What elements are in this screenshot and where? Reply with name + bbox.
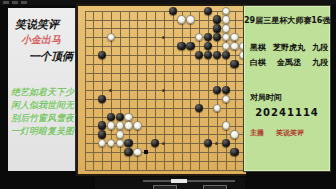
- white-stone: [195, 33, 203, 41]
- grid-line: [190, 11, 191, 170]
- grid-line: [85, 134, 244, 135]
- host-row: 主播 笑说笑评: [250, 128, 328, 138]
- player-control-icon[interactable]: [21, 1, 27, 4]
- poem-line: 绝艺如君天下少: [11, 86, 74, 99]
- go-board: [76, 4, 246, 176]
- black-stone: [204, 51, 212, 59]
- black-player: 芝野虎丸: [273, 42, 305, 53]
- black-stone: [98, 95, 106, 103]
- black-stone: [213, 51, 221, 59]
- commentary-overlay-panel: 笑说笑评 小金出马 一个顶俩 绝艺如君天下少 闲人似我世间无 别后竹窗风雪夜 一…: [8, 8, 75, 171]
- black-stone: [204, 139, 212, 147]
- black-stone: [98, 130, 106, 138]
- black-stone: [124, 139, 132, 147]
- black-stone: [151, 139, 159, 147]
- white-stone: [222, 121, 230, 129]
- player-control-icon[interactable]: [3, 1, 9, 4]
- white-stone: [98, 139, 106, 147]
- black-stone: [213, 33, 221, 41]
- black-stone: [204, 7, 212, 15]
- black-stone: [186, 42, 194, 50]
- grid-line: [85, 170, 244, 171]
- last-move-marker: [144, 150, 148, 154]
- white-stone: [222, 33, 230, 41]
- white-label: 白棋: [250, 57, 266, 68]
- black-stone: [195, 104, 203, 112]
- black-stone: [230, 148, 238, 156]
- star-point: [215, 142, 218, 145]
- match-info-panel: 29届三星杯大师赛16强 黑棋 芝野虎丸 九段 白棋 金禹丞 九段 对局时间 2…: [243, 5, 331, 172]
- black-stone: [177, 42, 185, 50]
- channel-name-text: 笑说笑评: [15, 17, 59, 32]
- white-stone: [116, 139, 124, 147]
- white-player-row: 白棋 金禹丞 九段: [250, 57, 328, 68]
- stream-frame: 笑说笑评 小金出马 一个顶俩 绝艺如君天下少 闲人似我世间无 别后竹窗风雪夜 一…: [0, 0, 336, 189]
- white-stone: [230, 42, 238, 50]
- black-stone: [222, 51, 230, 59]
- grid-line: [173, 11, 174, 170]
- black-stone: [195, 51, 203, 59]
- progress-handle[interactable]: [171, 179, 187, 183]
- black-stone: [204, 33, 212, 41]
- white-stone: [222, 24, 230, 32]
- white-rank: 九段: [312, 57, 328, 68]
- black-rank: 九段: [312, 42, 328, 53]
- grid-line: [85, 161, 244, 162]
- white-stone: [222, 42, 230, 50]
- white-stone: [116, 130, 124, 138]
- black-stone: [124, 148, 132, 156]
- black-stone: [98, 121, 106, 129]
- black-stone: [213, 86, 221, 94]
- white-stone: [230, 33, 238, 41]
- white-stone: [222, 15, 230, 23]
- white-stone: [124, 113, 132, 121]
- white-stone: [107, 139, 115, 147]
- black-stone: [222, 86, 230, 94]
- white-stone: [107, 121, 115, 129]
- grid-line: [85, 99, 244, 100]
- grid-line: [182, 11, 183, 170]
- black-stone: [98, 51, 106, 59]
- white-stone: [124, 121, 132, 129]
- toolbar-button[interactable]: [153, 185, 177, 189]
- game-time-label: 对局时间: [250, 92, 282, 103]
- player-toolbar: [95, 177, 245, 189]
- host-name: 笑说笑评: [276, 128, 304, 138]
- white-stone: [177, 15, 185, 23]
- black-stone: [213, 24, 221, 32]
- white-stone: [230, 130, 238, 138]
- game-date: 20241114: [244, 107, 330, 118]
- white-stone: [133, 148, 141, 156]
- tournament-title: 29届三星杯大师赛16强: [244, 15, 330, 26]
- black-stone: [222, 139, 230, 147]
- white-stone: [222, 95, 230, 103]
- black-stone: [116, 113, 124, 121]
- white-stone: [222, 7, 230, 15]
- poem-line: 闲人似我世间无: [11, 99, 74, 112]
- black-stone: [230, 60, 238, 68]
- white-player: 金禹丞: [277, 57, 301, 68]
- black-stone: [213, 15, 221, 23]
- overlay-caption-2: 一个顶俩: [29, 49, 73, 64]
- black-stone: [107, 113, 115, 121]
- black-label: 黑棋: [250, 42, 266, 53]
- poem-line: 一灯明暗复吴图: [11, 125, 74, 138]
- white-stone: [107, 33, 115, 41]
- white-stone: [186, 15, 194, 23]
- grid-line: [85, 152, 244, 153]
- poem-block: 绝艺如君天下少 闲人似我世间无 别后竹窗风雪夜 一灯明暗复吴图: [11, 86, 74, 138]
- white-stone: [213, 104, 221, 112]
- host-label: 主播: [250, 128, 264, 138]
- white-stone: [116, 121, 124, 129]
- toolbar-button[interactable]: [203, 185, 227, 189]
- black-player-row: 黑棋 芝野虎丸 九段: [250, 42, 328, 53]
- poem-line: 别后竹窗风雪夜: [11, 112, 74, 125]
- overlay-caption-1: 小金出马: [21, 33, 61, 47]
- white-stone: [133, 121, 141, 129]
- progress-track[interactable]: [143, 180, 235, 182]
- player-control-icon[interactable]: [12, 1, 18, 4]
- black-stone: [204, 42, 212, 50]
- black-stone: [169, 7, 177, 15]
